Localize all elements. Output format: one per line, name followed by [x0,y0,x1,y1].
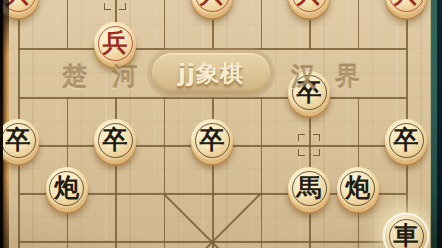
piece-red-soldier[interactable]: 兵 [94,22,136,64]
grid-line [261,97,263,248]
grid-line [164,97,166,248]
grid-line [261,0,263,50]
piece-black-chariot[interactable]: 車 [385,215,427,248]
piece-glyph: 炮 [345,167,370,209]
screen-right-edge-dark [437,0,442,248]
piece-red-soldier[interactable]: 兵 [385,0,427,15]
piece-glyph: 卒 [103,119,128,161]
point-marker [104,0,126,10]
piece-glyph: 卒 [6,119,31,161]
grid-line [164,0,166,50]
piece-glyph: 車 [394,215,419,248]
piece-black-soldier[interactable]: 卒 [191,119,233,161]
river-label-left: 楚河 [62,60,162,93]
game-screen: 楚河 汉界 jj象棋 兵兵兵兵兵卒卒卒卒卒炮馬炮車 [0,0,442,248]
piece-glyph: 兵 [6,0,31,15]
jj-xiangqi-logo-text: jj象棋 [178,58,244,89]
board-left-trim-shade [3,0,9,248]
piece-glyph: 兵 [200,0,225,15]
grid-line [358,0,360,50]
piece-red-soldier[interactable]: 兵 [191,0,233,15]
piece-black-cannon[interactable]: 炮 [46,167,88,209]
piece-black-cannon[interactable]: 炮 [337,167,379,209]
xiangqi-board[interactable]: 楚河 汉界 jj象棋 兵兵兵兵兵卒卒卒卒卒炮馬炮車 [0,0,442,248]
point-marker [298,134,320,156]
piece-black-horse[interactable]: 馬 [288,167,330,209]
piece-glyph: 炮 [54,167,79,209]
grid-line [67,0,69,50]
river-label-right: 汉界 [291,60,379,93]
piece-glyph: 卒 [394,119,419,161]
piece-glyph: 卒 [200,119,225,161]
piece-glyph: 兵 [103,22,128,64]
piece-black-soldier[interactable]: 卒 [385,119,427,161]
piece-glyph: 兵 [297,0,322,15]
screen-right-edge-teal [430,0,437,248]
piece-red-soldier[interactable]: 兵 [288,0,330,15]
piece-black-soldier[interactable]: 卒 [94,119,136,161]
jj-xiangqi-logo: jj象棋 [152,53,270,93]
piece-glyph: 馬 [297,167,322,209]
piece-glyph: 兵 [394,0,419,15]
